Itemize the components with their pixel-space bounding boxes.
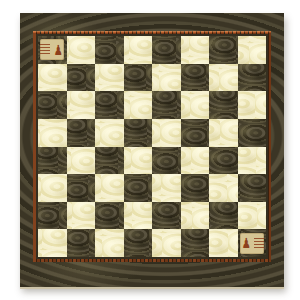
square-b6 [67, 91, 96, 119]
square-c4 [95, 147, 124, 175]
square-d1 [124, 229, 153, 257]
square-f1 [181, 229, 210, 257]
square-a1 [38, 229, 67, 257]
square-h1: ♟ [238, 229, 267, 257]
square-h6 [238, 91, 267, 119]
pawn-icon: ♟ [242, 236, 251, 250]
square-c8 [95, 36, 124, 64]
emblem-text-lines [40, 44, 49, 55]
square-f3 [181, 174, 210, 202]
square-b3 [67, 174, 96, 202]
square-g7 [209, 64, 238, 92]
square-e4 [152, 147, 181, 175]
product-photo: ♟♟ [0, 0, 300, 300]
square-a3 [38, 174, 67, 202]
square-c5 [95, 119, 124, 147]
square-f8 [181, 36, 210, 64]
square-f4 [181, 147, 210, 175]
braided-trim-border: ♟♟ [33, 31, 271, 262]
square-c6 [95, 91, 124, 119]
maker-emblem-top-left: ♟ [40, 39, 64, 60]
square-b2 [67, 202, 96, 230]
square-c7 [95, 64, 124, 92]
square-g5 [209, 119, 238, 147]
square-g1 [209, 229, 238, 257]
square-a4 [38, 147, 67, 175]
chessboard-grid: ♟♟ [38, 36, 266, 257]
square-e3 [152, 174, 181, 202]
square-e1 [152, 229, 181, 257]
square-e7 [152, 64, 181, 92]
square-a5 [38, 119, 67, 147]
square-b1 [67, 229, 96, 257]
square-d8 [124, 36, 153, 64]
playing-field: ♟♟ [36, 34, 268, 259]
square-b8 [67, 36, 96, 64]
square-h2 [238, 202, 267, 230]
square-b4 [67, 147, 96, 175]
square-d7 [124, 64, 153, 92]
square-g3 [209, 174, 238, 202]
square-d3 [124, 174, 153, 202]
square-f5 [181, 119, 210, 147]
square-h3 [238, 174, 267, 202]
square-g8 [209, 36, 238, 64]
square-e8 [152, 36, 181, 64]
square-d5 [124, 119, 153, 147]
maker-emblem-bottom-right: ♟ [240, 233, 264, 254]
square-f7 [181, 64, 210, 92]
square-e2 [152, 202, 181, 230]
square-d6 [124, 91, 153, 119]
square-e5 [152, 119, 181, 147]
square-a8: ♟ [38, 36, 67, 64]
square-f2 [181, 202, 210, 230]
square-e6 [152, 91, 181, 119]
square-c2 [95, 202, 124, 230]
square-b7 [67, 64, 96, 92]
pawn-icon: ♟ [53, 43, 62, 57]
square-g4 [209, 147, 238, 175]
square-a7 [38, 64, 67, 92]
square-h8 [238, 36, 267, 64]
square-g6 [209, 91, 238, 119]
square-c1 [95, 229, 124, 257]
square-h4 [238, 147, 267, 175]
square-d2 [124, 202, 153, 230]
square-b5 [67, 119, 96, 147]
square-d4 [124, 147, 153, 175]
square-g2 [209, 202, 238, 230]
square-a6 [38, 91, 67, 119]
square-f6 [181, 91, 210, 119]
square-h5 [238, 119, 267, 147]
chess-board: ♟♟ [20, 13, 284, 287]
emblem-text-lines [254, 238, 263, 249]
square-c3 [95, 174, 124, 202]
square-a2 [38, 202, 67, 230]
square-h7 [238, 64, 267, 92]
